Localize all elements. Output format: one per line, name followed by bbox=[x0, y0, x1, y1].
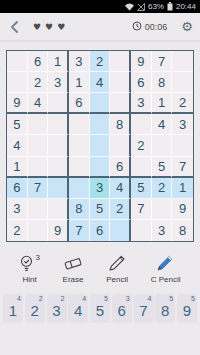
cell-r5c4[interactable] bbox=[69, 135, 90, 156]
numpad-remaining-count: 5 bbox=[169, 295, 173, 302]
cell-r1c6[interactable] bbox=[110, 51, 131, 72]
cell-r3c3[interactable] bbox=[48, 93, 69, 114]
cell-r2c5[interactable]: 4 bbox=[90, 72, 111, 93]
eraser-icon bbox=[63, 255, 83, 276]
cell-r1c8[interactable]: 7 bbox=[152, 51, 173, 72]
cell-r4c6[interactable]: 8 bbox=[110, 114, 131, 135]
cell-r2c7[interactable]: 6 bbox=[131, 72, 152, 93]
numpad-remaining-count: 2 bbox=[61, 295, 65, 302]
cell-r7c4[interactable] bbox=[69, 178, 90, 199]
numpad-key-5[interactable]: 55 bbox=[90, 294, 110, 323]
cell-r1c9[interactable] bbox=[172, 51, 193, 72]
cell-r8c4[interactable]: 8 bbox=[69, 199, 90, 220]
numpad-remaining-count: 4 bbox=[17, 295, 21, 302]
cell-r2c9[interactable] bbox=[172, 72, 193, 93]
numpad-key-8[interactable]: 85 bbox=[155, 294, 175, 323]
timer: 00:06 bbox=[132, 21, 168, 33]
app-bar: ♥♥♥ 00:06 ⚙ bbox=[0, 13, 200, 40]
cell-r6c3[interactable] bbox=[48, 157, 69, 178]
back-button[interactable] bbox=[7, 18, 21, 36]
numpad-remaining-count: 5 bbox=[191, 295, 195, 302]
cell-r8c6[interactable]: 2 bbox=[110, 199, 131, 220]
erase-button[interactable]: Erase bbox=[63, 255, 84, 284]
cell-r5c1[interactable]: 4 bbox=[7, 135, 28, 156]
numpad-digit: 4 bbox=[74, 302, 82, 319]
cell-r7c9[interactable]: 1 bbox=[172, 178, 193, 199]
cell-r5c6[interactable] bbox=[110, 135, 131, 156]
settings-button[interactable]: ⚙ bbox=[181, 20, 193, 33]
sudoku-board: 6132972314689463125843421657673452138527… bbox=[6, 50, 194, 242]
heart-icon: ♥ bbox=[57, 22, 65, 32]
numpad-key-1[interactable]: 14 bbox=[3, 294, 23, 323]
numpad-remaining-count: 5 bbox=[104, 295, 108, 302]
cell-r8c9[interactable]: 9 bbox=[172, 199, 193, 220]
erase-label: Erase bbox=[63, 275, 84, 284]
clock-icon bbox=[132, 21, 142, 33]
cell-r3c7[interactable]: 3 bbox=[131, 93, 152, 114]
numpad-key-4[interactable]: 44 bbox=[68, 294, 88, 323]
cell-r7c3[interactable] bbox=[48, 178, 69, 199]
cell-r6c7[interactable] bbox=[131, 157, 152, 178]
lives-hearts: ♥♥♥ bbox=[33, 22, 65, 32]
numpad-digit: 8 bbox=[161, 302, 169, 319]
cell-r8c3[interactable] bbox=[48, 199, 69, 220]
numpad-digit: 7 bbox=[139, 302, 147, 319]
cell-r5c2[interactable] bbox=[28, 135, 49, 156]
numpad-digit: 3 bbox=[52, 302, 60, 319]
cell-r8c2[interactable] bbox=[28, 199, 49, 220]
cell-r2c2[interactable]: 2 bbox=[28, 72, 49, 93]
numpad-digit: 2 bbox=[31, 302, 39, 319]
status-time: 20:44 bbox=[176, 2, 196, 11]
cell-r2c6[interactable] bbox=[110, 72, 131, 93]
cell-r3c5[interactable] bbox=[90, 93, 111, 114]
cell-r4c9[interactable]: 3 bbox=[172, 114, 193, 135]
cell-r7c2[interactable]: 7 bbox=[28, 178, 49, 199]
numpad-key-6[interactable]: 63 bbox=[112, 294, 132, 323]
wifi-icon bbox=[125, 3, 134, 11]
numpad-digit: 1 bbox=[9, 302, 17, 319]
cell-r9c5[interactable]: 6 bbox=[90, 220, 111, 241]
cell-r6c5[interactable] bbox=[90, 157, 111, 178]
cell-r8c1[interactable]: 3 bbox=[7, 199, 28, 220]
cell-r1c4[interactable]: 3 bbox=[69, 51, 90, 72]
cell-r3c8[interactable]: 1 bbox=[152, 93, 173, 114]
cell-r8c5[interactable]: 5 bbox=[90, 199, 111, 220]
numpad-digit: 5 bbox=[96, 302, 104, 319]
numpad-remaining-count: 3 bbox=[126, 295, 130, 302]
cell-r4c7[interactable] bbox=[131, 114, 152, 135]
cell-r9c2[interactable] bbox=[28, 220, 49, 241]
timer-value: 00:06 bbox=[145, 22, 168, 32]
cell-r9c3[interactable]: 9 bbox=[48, 220, 69, 241]
cell-r3c2[interactable]: 4 bbox=[28, 93, 49, 114]
cell-r3c6[interactable] bbox=[110, 93, 131, 114]
cell-r6c8[interactable]: 5 bbox=[152, 157, 173, 178]
cell-r1c5[interactable]: 2 bbox=[90, 51, 111, 72]
cell-r5c5[interactable] bbox=[90, 135, 111, 156]
cell-r6c2[interactable] bbox=[28, 157, 49, 178]
cell-r7c7[interactable]: 5 bbox=[131, 178, 152, 199]
numpad-key-9[interactable]: 95 bbox=[177, 294, 197, 323]
cell-r3c1[interactable]: 9 bbox=[7, 93, 28, 114]
heart-icon: ♥ bbox=[33, 22, 41, 32]
numpad-remaining-count: 4 bbox=[148, 295, 152, 302]
hint-label: Hint bbox=[22, 275, 36, 284]
cell-r6c4[interactable] bbox=[69, 157, 90, 178]
cell-r1c7[interactable]: 9 bbox=[131, 51, 152, 72]
cell-r3c9[interactable]: 2 bbox=[172, 93, 193, 114]
pencil-button[interactable]: Pencil bbox=[106, 255, 128, 284]
cpencil-label: C Pencil bbox=[151, 275, 181, 284]
cell-r6c6[interactable]: 6 bbox=[110, 157, 131, 178]
cell-r7c8[interactable]: 2 bbox=[152, 178, 173, 199]
cell-r7c1[interactable]: 6 bbox=[7, 178, 28, 199]
cell-r1c1[interactable] bbox=[7, 51, 28, 72]
cell-r9c8[interactable]: 3 bbox=[152, 220, 173, 241]
cell-r2c1[interactable] bbox=[7, 72, 28, 93]
cell-r5c7[interactable]: 2 bbox=[131, 135, 152, 156]
cell-r9c4[interactable]: 7 bbox=[69, 220, 90, 241]
pencil-icon bbox=[108, 255, 127, 276]
cell-r9c6[interactable] bbox=[110, 220, 131, 241]
numpad-key-2[interactable]: 22 bbox=[25, 294, 45, 323]
numpad-key-3[interactable]: 32 bbox=[47, 294, 67, 323]
cell-r3c4[interactable]: 6 bbox=[69, 93, 90, 114]
lightbulb-icon bbox=[19, 255, 34, 277]
cell-r4c8[interactable]: 4 bbox=[152, 114, 173, 135]
cell-r2c3[interactable]: 3 bbox=[48, 72, 69, 93]
numpad-digit: 6 bbox=[118, 302, 126, 319]
cpencil-button[interactable]: C Pencil bbox=[151, 255, 181, 284]
cell-r4c5[interactable] bbox=[90, 114, 111, 135]
heart-icon: ♥ bbox=[45, 22, 53, 32]
cell-r5c8[interactable] bbox=[152, 135, 173, 156]
cell-r6c1[interactable]: 1 bbox=[7, 157, 28, 178]
cell-r4c1[interactable]: 5 bbox=[7, 114, 28, 135]
cell-r7c6[interactable]: 4 bbox=[110, 178, 131, 199]
color-pencil-icon bbox=[156, 255, 175, 276]
numpad-key-7[interactable]: 74 bbox=[134, 294, 154, 323]
battery-percent: 63% bbox=[148, 2, 164, 11]
cell-r4c2[interactable] bbox=[28, 114, 49, 135]
cell-r5c9[interactable] bbox=[172, 135, 193, 156]
cell-r7c5[interactable]: 3 bbox=[90, 178, 111, 199]
phone-screen: 63% 20:44 ♥♥♥ 00:06 ⚙ 613297231468946312… bbox=[0, 0, 200, 355]
numpad-remaining-count: 2 bbox=[39, 295, 43, 302]
pencil-label: Pencil bbox=[106, 275, 128, 284]
cell-r4c3[interactable] bbox=[48, 114, 69, 135]
cell-r8c8[interactable] bbox=[152, 199, 173, 220]
cell-r9c7[interactable] bbox=[131, 220, 152, 241]
cell-r1c2[interactable]: 6 bbox=[28, 51, 49, 72]
cell-r9c9[interactable]: 8 bbox=[172, 220, 193, 241]
cell-r4c4[interactable] bbox=[69, 114, 90, 135]
number-pad: 142232445563748595 bbox=[0, 294, 200, 323]
numpad-digit: 9 bbox=[183, 302, 191, 319]
numpad-remaining-count: 4 bbox=[82, 295, 86, 302]
signal-icon bbox=[137, 3, 145, 11]
cell-r1c3[interactable]: 1 bbox=[48, 51, 69, 72]
cell-r8c7[interactable]: 7 bbox=[131, 199, 152, 220]
hint-button[interactable]: 3 Hint bbox=[19, 255, 39, 284]
cell-r2c8[interactable]: 8 bbox=[152, 72, 173, 93]
battery-icon bbox=[167, 2, 173, 11]
cell-r9c1[interactable]: 2 bbox=[7, 220, 28, 241]
toolbar: 3 Hint Erase bbox=[0, 255, 200, 284]
cell-r6c9[interactable]: 7 bbox=[172, 157, 193, 178]
cell-r2c4[interactable]: 1 bbox=[69, 72, 90, 93]
cell-r5c3[interactable] bbox=[48, 135, 69, 156]
status-bar: 63% 20:44 bbox=[0, 0, 200, 13]
hint-count-badge: 3 bbox=[35, 253, 39, 262]
